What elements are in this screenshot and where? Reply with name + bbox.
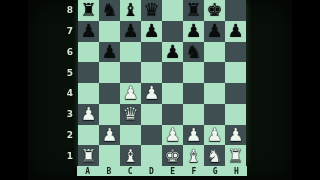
square-e5[interactable] [162,62,183,83]
file-labels: ABCDEFGH [77,166,247,176]
video-frame: 87654321 ♜♞♝♛♜♚♟♟♟♟♟♟♟♟♞♟♟♟♛♟♟♟♟♟♜♝♚♝♞♜ … [0,0,320,180]
square-f6[interactable]: ♞ [183,42,204,63]
square-f2[interactable]: ♟ [183,125,204,146]
piece-black-queen[interactable]: ♛ [143,0,159,20]
square-d1[interactable] [141,145,162,166]
piece-white-pawn[interactable]: ♟ [206,125,222,145]
square-a2[interactable] [78,125,99,146]
piece-black-rook[interactable]: ♜ [80,0,96,20]
square-e4[interactable] [162,83,183,104]
square-a5[interactable] [78,62,99,83]
square-f4[interactable] [183,83,204,104]
square-g8[interactable]: ♚ [204,0,225,21]
square-g4[interactable] [204,83,225,104]
piece-black-bishop[interactable]: ♝ [122,0,138,20]
piece-black-knight[interactable]: ♞ [101,0,117,20]
square-d2[interactable] [141,125,162,146]
square-g1[interactable]: ♞ [204,145,225,166]
rank-label-6: 6 [60,42,76,63]
file-label-e: E [162,166,183,176]
rank-label-3: 3 [60,104,76,125]
piece-black-king[interactable]: ♚ [206,0,222,20]
square-d4[interactable]: ♟ [141,83,162,104]
square-c2[interactable] [120,125,141,146]
square-e3[interactable] [162,104,183,125]
square-e7[interactable] [162,21,183,42]
square-c7[interactable]: ♟ [120,21,141,42]
piece-white-pawn[interactable]: ♟ [122,83,138,103]
square-h6[interactable] [225,42,246,63]
square-f1[interactable]: ♝ [183,145,204,166]
rank-label-8: 8 [60,0,76,21]
square-f7[interactable]: ♟ [183,21,204,42]
piece-white-pawn[interactable]: ♟ [164,125,180,145]
rank-label-7: 7 [60,21,76,42]
piece-black-pawn[interactable]: ♟ [80,21,96,41]
square-g3[interactable] [204,104,225,125]
rank-labels: 87654321 [60,0,76,166]
square-h5[interactable] [225,62,246,83]
square-g7[interactable]: ♟ [204,21,225,42]
square-e1[interactable]: ♚ [162,145,183,166]
piece-white-bishop[interactable]: ♝ [122,146,138,166]
piece-white-king[interactable]: ♚ [164,146,180,166]
square-b8[interactable]: ♞ [99,0,120,21]
rank-label-1: 1 [60,145,76,166]
rank-label-4: 4 [60,83,76,104]
piece-white-rook[interactable]: ♜ [80,146,96,166]
square-h1[interactable]: ♜ [225,145,246,166]
square-h7[interactable]: ♟ [225,21,246,42]
square-h3[interactable] [225,104,246,125]
piece-white-knight[interactable]: ♞ [206,146,222,166]
piece-white-pawn[interactable]: ♟ [227,125,243,145]
square-g2[interactable]: ♟ [204,125,225,146]
chess-board: ♜♞♝♛♜♚♟♟♟♟♟♟♟♟♞♟♟♟♛♟♟♟♟♟♜♝♚♝♞♜ [78,0,246,166]
piece-black-pawn[interactable]: ♟ [185,21,201,41]
square-a4[interactable] [78,83,99,104]
square-b4[interactable] [99,83,120,104]
square-f3[interactable] [183,104,204,125]
square-c3[interactable]: ♛ [120,104,141,125]
square-d3[interactable] [141,104,162,125]
square-c5[interactable] [120,62,141,83]
square-a3[interactable]: ♟ [78,104,99,125]
piece-white-pawn[interactable]: ♟ [143,83,159,103]
file-label-h: H [226,166,247,176]
square-f8[interactable]: ♜ [183,0,204,21]
piece-white-pawn[interactable]: ♟ [101,125,117,145]
square-b5[interactable] [99,62,120,83]
square-g6[interactable] [204,42,225,63]
square-h4[interactable] [225,83,246,104]
square-a7[interactable]: ♟ [78,21,99,42]
rank-label-5: 5 [60,62,76,83]
piece-white-rook[interactable]: ♜ [227,146,243,166]
square-c4[interactable]: ♟ [120,83,141,104]
square-c1[interactable]: ♝ [120,145,141,166]
square-d8[interactable]: ♛ [141,0,162,21]
piece-black-rook[interactable]: ♜ [185,0,201,20]
square-e6[interactable]: ♟ [162,42,183,63]
file-label-c: C [120,166,141,176]
file-label-a: A [77,166,98,176]
square-b2[interactable]: ♟ [99,125,120,146]
piece-black-pawn[interactable]: ♟ [206,21,222,41]
piece-white-queen[interactable]: ♛ [122,104,138,124]
file-label-f: F [183,166,204,176]
square-d5[interactable] [141,62,162,83]
file-label-d: D [141,166,162,176]
square-c6[interactable] [120,42,141,63]
piece-white-pawn[interactable]: ♟ [80,104,96,124]
square-e2[interactable]: ♟ [162,125,183,146]
square-b3[interactable] [99,104,120,125]
piece-white-bishop[interactable]: ♝ [185,146,201,166]
piece-black-pawn[interactable]: ♟ [122,21,138,41]
square-h8[interactable] [225,0,246,21]
square-d7[interactable]: ♟ [141,21,162,42]
square-f5[interactable] [183,62,204,83]
square-a1[interactable]: ♜ [78,145,99,166]
square-a8[interactable]: ♜ [78,0,99,21]
square-d6[interactable] [141,42,162,63]
square-g5[interactable] [204,62,225,83]
piece-black-pawn[interactable]: ♟ [227,21,243,41]
piece-black-knight[interactable]: ♞ [185,42,201,62]
file-label-g: G [205,166,226,176]
square-e8[interactable] [162,0,183,21]
square-c8[interactable]: ♝ [120,0,141,21]
square-b7[interactable] [99,21,120,42]
square-b1[interactable] [99,145,120,166]
square-h2[interactable]: ♟ [225,125,246,146]
square-a6[interactable] [78,42,99,63]
piece-black-pawn[interactable]: ♟ [164,42,180,62]
rank-label-2: 2 [60,125,76,146]
piece-black-pawn[interactable]: ♟ [101,42,117,62]
piece-black-pawn[interactable]: ♟ [143,21,159,41]
piece-white-pawn[interactable]: ♟ [185,125,201,145]
square-b6[interactable]: ♟ [99,42,120,63]
file-label-b: B [98,166,119,176]
